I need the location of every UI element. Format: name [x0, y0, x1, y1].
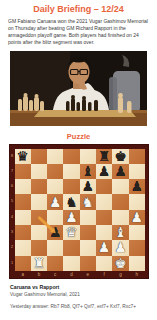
- square-d4[interactable]: ♟: [63, 210, 79, 225]
- square-e3[interactable]: [80, 225, 96, 240]
- black-pawn-e6: ♟: [82, 179, 94, 194]
- square-g6[interactable]: [112, 179, 128, 194]
- page-title: Daily Briefing – 12/24: [6, 4, 151, 14]
- square-c6[interactable]: [47, 179, 63, 194]
- square-h5[interactable]: [129, 194, 145, 209]
- square-h6[interactable]: ♟: [129, 179, 145, 194]
- square-f5[interactable]: [96, 194, 112, 209]
- square-b7[interactable]: [31, 164, 47, 179]
- square-e4[interactable]: [80, 210, 96, 225]
- photo-caruana: [10, 51, 147, 126]
- white-rook-b1: ♜: [33, 256, 45, 271]
- file-label-e: e: [80, 271, 96, 278]
- square-g7[interactable]: ♟: [112, 164, 128, 179]
- rank-label-6: 6: [10, 179, 15, 194]
- rank-label-4: 4: [10, 210, 15, 225]
- white-bishop-g3: ♝: [114, 225, 126, 240]
- file-label-f: f: [96, 271, 112, 278]
- square-c3[interactable]: ♟: [47, 225, 63, 240]
- file-label-b: b: [31, 271, 47, 278]
- rank-label-1: 1: [10, 256, 15, 271]
- file-label-g: g: [112, 271, 128, 278]
- white-pawn-f2: ♟: [98, 240, 110, 255]
- square-f6[interactable]: [96, 179, 112, 194]
- black-pawn-c3: ♟: [49, 225, 61, 240]
- rank-label-2: 2: [10, 240, 15, 255]
- puzzle-heading: Puzzle: [0, 132, 157, 141]
- square-d7[interactable]: [63, 164, 79, 179]
- caption-players: Caruana vs Rapport: [10, 284, 147, 290]
- square-e8[interactable]: [80, 149, 96, 164]
- square-b8[interactable]: [31, 149, 47, 164]
- black-pawn-h6: ♟: [131, 179, 143, 194]
- square-d8[interactable]: [63, 149, 79, 164]
- square-h7[interactable]: [129, 164, 145, 179]
- yesterday-answer: Yesterday answer: Rb7 Rb8, Qf7+ Qxf7, ex…: [10, 304, 147, 309]
- square-b5[interactable]: [31, 194, 47, 209]
- square-b3[interactable]: [31, 225, 47, 240]
- square-g8[interactable]: ♚: [112, 149, 128, 164]
- briefing-text: GM Fabiano Caruana won the 2021 Vugar Ga…: [8, 18, 149, 46]
- square-d2[interactable]: [63, 240, 79, 255]
- square-f2[interactable]: ♟: [96, 240, 112, 255]
- file-label-h: h: [129, 271, 145, 278]
- square-c5[interactable]: ♟: [47, 194, 63, 209]
- square-h3[interactable]: [129, 225, 145, 240]
- square-f1[interactable]: [96, 256, 112, 271]
- square-a4[interactable]: [15, 210, 31, 225]
- square-h2[interactable]: [129, 240, 145, 255]
- rank-label-3: 3: [10, 225, 15, 240]
- square-c4[interactable]: [47, 210, 63, 225]
- square-d5[interactable]: ♞: [63, 194, 79, 209]
- white-queen-d3: ♛: [65, 225, 77, 240]
- square-c8[interactable]: [47, 149, 63, 164]
- white-pawn-c5: ♟: [49, 195, 61, 210]
- rank-label-8: 8: [10, 149, 15, 164]
- square-c2[interactable]: [47, 240, 63, 255]
- square-a3[interactable]: [15, 225, 31, 240]
- black-queen-a8: ♛: [17, 149, 29, 164]
- square-a5[interactable]: [15, 194, 31, 209]
- file-coordinates: abcdefgh: [15, 271, 144, 278]
- square-c7[interactable]: [47, 164, 63, 179]
- square-c1[interactable]: [47, 256, 63, 271]
- square-a7[interactable]: [15, 164, 31, 179]
- square-b4[interactable]: [31, 210, 47, 225]
- square-a8[interactable]: ♛: [15, 149, 31, 164]
- white-pawn-d4: ♟: [65, 210, 77, 225]
- square-f4[interactable]: [96, 210, 112, 225]
- square-e1[interactable]: [80, 256, 96, 271]
- black-bishop-e7: ♝: [82, 164, 94, 179]
- square-e7[interactable]: ♝: [80, 164, 96, 179]
- square-b1[interactable]: ♜: [31, 256, 47, 271]
- white-king-g1: ♚: [114, 256, 126, 271]
- rank-coordinates: 87654321: [10, 149, 15, 271]
- file-label-c: c: [47, 271, 63, 278]
- black-pawn-f7: ♟: [98, 164, 110, 179]
- rank-label-7: 7: [10, 164, 15, 179]
- square-g1[interactable]: ♚: [112, 256, 128, 271]
- square-d1[interactable]: [63, 256, 79, 271]
- square-e2[interactable]: [80, 240, 96, 255]
- square-g3[interactable]: ♝: [112, 225, 128, 240]
- square-d3[interactable]: ♛: [63, 225, 79, 240]
- black-king-g8: ♚: [114, 149, 126, 164]
- square-g2[interactable]: ♟: [112, 240, 128, 255]
- square-e5[interactable]: ♞: [80, 194, 96, 209]
- black-knight-d5: ♞: [65, 195, 77, 210]
- square-e6[interactable]: ♟: [80, 179, 96, 194]
- square-a1[interactable]: [15, 256, 31, 271]
- chess-board: ♛♜♚♝♟♟♟♟♟♞♞♟♟♟♛♝♟♟♜♚ abcdefgh 87654321: [9, 144, 149, 279]
- caption-event: Vugar Gashimov Memorial, 2021: [10, 292, 147, 297]
- square-f7[interactable]: ♟: [96, 164, 112, 179]
- white-pawn-h4: ♟: [131, 210, 143, 225]
- white-knight-e5: ♞: [82, 195, 94, 210]
- file-label-d: d: [63, 271, 79, 278]
- square-g5[interactable]: [112, 194, 128, 209]
- file-label-a: a: [15, 271, 31, 278]
- square-f3[interactable]: [96, 225, 112, 240]
- square-h4[interactable]: ♟: [129, 210, 145, 225]
- square-g4[interactable]: [112, 210, 128, 225]
- square-h1[interactable]: [129, 256, 145, 271]
- square-d6[interactable]: [63, 179, 79, 194]
- black-pawn-g7: ♟: [114, 164, 126, 179]
- board-caption: Caruana vs Rapport Vugar Gashimov Memori…: [10, 284, 147, 297]
- black-rook-f8: ♜: [98, 149, 110, 164]
- square-b6[interactable]: [31, 179, 47, 194]
- square-f8[interactable]: ♜: [96, 149, 112, 164]
- white-pawn-g2: ♟: [114, 240, 126, 255]
- board-grid: ♛♜♚♝♟♟♟♟♟♞♞♟♟♟♛♝♟♟♜♚: [15, 149, 144, 271]
- rank-label-5: 5: [10, 194, 15, 209]
- square-a6[interactable]: [15, 179, 31, 194]
- square-a2[interactable]: [15, 240, 31, 255]
- square-b2[interactable]: [31, 240, 47, 255]
- square-h8[interactable]: [129, 149, 145, 164]
